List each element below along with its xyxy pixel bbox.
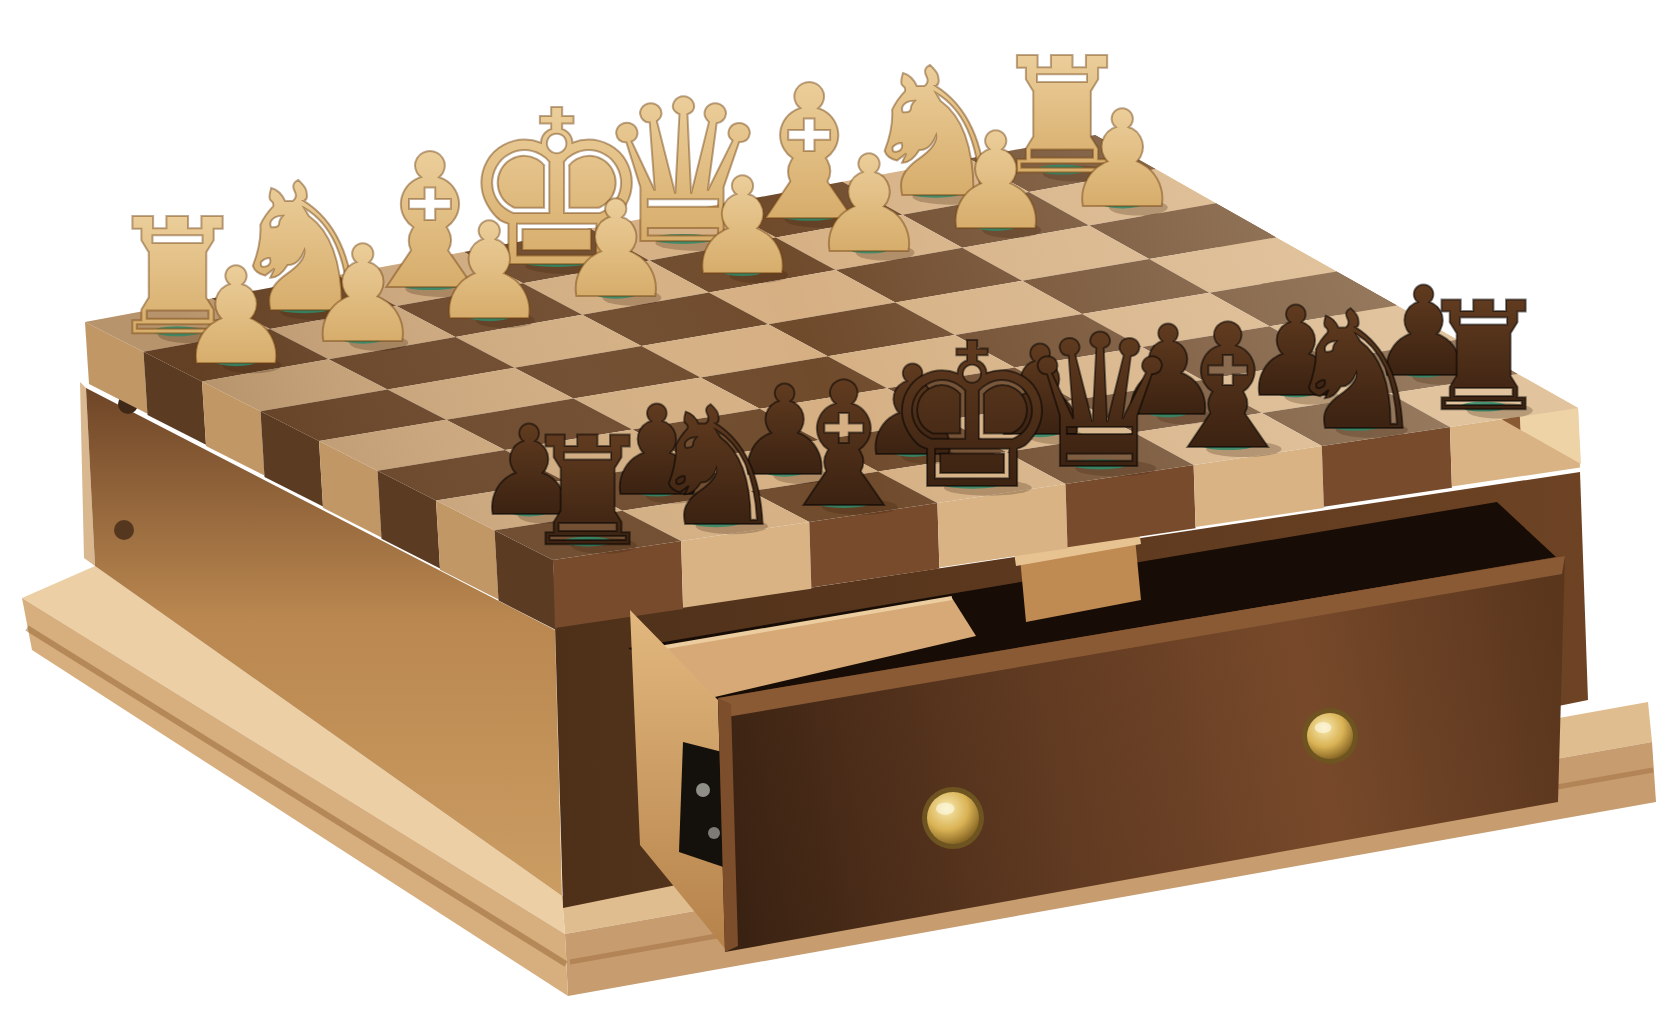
piece-white-pawn-h2: ♟ (176, 239, 296, 395)
slide-screw-1 (696, 783, 710, 797)
dowel-bottom (114, 520, 134, 540)
piece-black-knight-b8: ♞ (1282, 276, 1429, 467)
piece-white-pawn-f2: ♟ (429, 194, 549, 350)
piece-white-pawn-g2: ♟ (303, 217, 423, 373)
piece-white-pawn-e2: ♟ (556, 172, 676, 328)
drawer-knob-left (922, 787, 984, 849)
piece-white-pawn-c2: ♟ (809, 127, 929, 283)
chess-box-product-photo: ♜♞♝♚♛♝♞♜♟♟♟♟♟♟♟♟♟♟♟♟♟♟♟♟♜♞♝♚♛♝♞♜ (0, 0, 1680, 1012)
piece-black-rook-a8: ♜ (1417, 270, 1551, 444)
slide-screw-2 (708, 827, 720, 839)
piece-white-pawn-b2: ♟ (936, 104, 1056, 260)
piece-black-rook-h8: ♜ (521, 405, 655, 579)
piece-white-pawn-a2: ♟ (1062, 82, 1182, 238)
piece-white-pawn-d2: ♟ (682, 149, 802, 305)
drawer-knob-right (1302, 708, 1358, 764)
chess-box-scene: ♜♞♝♚♛♝♞♜♟♟♟♟♟♟♟♟♟♟♟♟♟♟♟♟♜♞♝♚♛♝♞♜ (0, 0, 1680, 1012)
scene-svg: ♜♞♝♚♛♝♞♜♟♟♟♟♟♟♟♟♟♟♟♟♟♟♟♟♜♞♝♚♛♝♞♜ (0, 0, 1680, 1012)
